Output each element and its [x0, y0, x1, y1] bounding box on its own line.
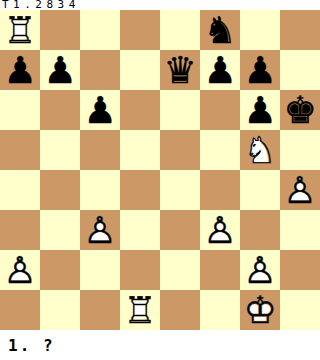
square-g3[interactable]	[240, 210, 280, 250]
white-rook: ♜♖	[120, 290, 160, 330]
square-a6[interactable]	[0, 90, 40, 130]
square-c4[interactable]	[80, 170, 120, 210]
square-f2[interactable]	[200, 250, 240, 290]
square-e5[interactable]	[160, 130, 200, 170]
square-h2[interactable]	[280, 250, 320, 290]
white-rook-glyph: ♖	[120, 290, 160, 330]
square-e8[interactable]	[160, 10, 200, 50]
square-h3[interactable]	[280, 210, 320, 250]
black-pawn-glyph: ♟	[240, 90, 280, 130]
square-f7[interactable]: ♟	[200, 50, 240, 90]
black-king-glyph: ♚	[280, 90, 320, 130]
black-pawn-glyph: ♟	[0, 50, 40, 90]
white-pawn-glyph: ♙	[240, 250, 280, 290]
black-pawn: ♟	[40, 50, 80, 90]
square-e1[interactable]	[160, 290, 200, 330]
square-c2[interactable]	[80, 250, 120, 290]
square-g4[interactable]	[240, 170, 280, 210]
square-d1[interactable]: ♜♖	[120, 290, 160, 330]
white-king: ♚♔	[240, 290, 280, 330]
square-h5[interactable]	[280, 130, 320, 170]
square-g6[interactable]: ♟	[240, 90, 280, 130]
black-pawn: ♟	[240, 50, 280, 90]
square-a5[interactable]	[0, 130, 40, 170]
square-d5[interactable]	[120, 130, 160, 170]
chess-board: ♜♖♞♟♟♛♟♟♟♟♚♞♘♟♙♟♙♟♙♟♙♟♙♜♖♚♔	[0, 10, 320, 330]
white-rook: ♜♖	[0, 10, 40, 50]
black-queen: ♛	[160, 50, 200, 90]
white-pawn: ♟♙	[240, 250, 280, 290]
square-c6[interactable]: ♟	[80, 90, 120, 130]
square-a8[interactable]: ♜♖	[0, 10, 40, 50]
white-pawn: ♟♙	[200, 210, 240, 250]
chess-puzzle-window: T1.2834 ♜♖♞♟♟♛♟♟♟♟♚♞♘♟♙♟♙♟♙♟♙♟♙♜♖♚♔ 1. ?	[0, 0, 320, 360]
black-pawn: ♟	[0, 50, 40, 90]
square-b4[interactable]	[40, 170, 80, 210]
square-g8[interactable]	[240, 10, 280, 50]
square-a2[interactable]: ♟♙	[0, 250, 40, 290]
square-f5[interactable]	[200, 130, 240, 170]
black-queen-glyph: ♛	[160, 50, 200, 90]
square-d6[interactable]	[120, 90, 160, 130]
white-king-glyph: ♔	[240, 290, 280, 330]
square-a7[interactable]: ♟	[0, 50, 40, 90]
square-c8[interactable]	[80, 10, 120, 50]
square-c3[interactable]: ♟♙	[80, 210, 120, 250]
square-c5[interactable]	[80, 130, 120, 170]
square-b3[interactable]	[40, 210, 80, 250]
square-g5[interactable]: ♞♘	[240, 130, 280, 170]
white-pawn: ♟♙	[0, 250, 40, 290]
black-pawn: ♟	[200, 50, 240, 90]
square-b7[interactable]: ♟	[40, 50, 80, 90]
white-pawn-glyph: ♙	[200, 210, 240, 250]
puzzle-title: T1.2834	[0, 0, 320, 10]
square-h6[interactable]: ♚	[280, 90, 320, 130]
square-b1[interactable]	[40, 290, 80, 330]
square-d2[interactable]	[120, 250, 160, 290]
white-pawn-glyph: ♙	[280, 170, 320, 210]
square-h7[interactable]	[280, 50, 320, 90]
square-a1[interactable]	[0, 290, 40, 330]
square-c7[interactable]	[80, 50, 120, 90]
square-d4[interactable]	[120, 170, 160, 210]
square-e6[interactable]	[160, 90, 200, 130]
white-pawn-glyph: ♙	[80, 210, 120, 250]
square-a4[interactable]	[0, 170, 40, 210]
square-g7[interactable]: ♟	[240, 50, 280, 90]
black-king: ♚	[280, 90, 320, 130]
square-f4[interactable]	[200, 170, 240, 210]
black-pawn-glyph: ♟	[200, 50, 240, 90]
square-f3[interactable]: ♟♙	[200, 210, 240, 250]
square-d7[interactable]	[120, 50, 160, 90]
square-e3[interactable]	[160, 210, 200, 250]
black-pawn: ♟	[80, 90, 120, 130]
white-pawn-glyph: ♙	[0, 250, 40, 290]
black-knight: ♞	[200, 10, 240, 50]
square-e2[interactable]	[160, 250, 200, 290]
square-h1[interactable]	[280, 290, 320, 330]
square-e7[interactable]: ♛	[160, 50, 200, 90]
black-pawn-glyph: ♟	[80, 90, 120, 130]
square-e4[interactable]	[160, 170, 200, 210]
black-pawn-glyph: ♟	[240, 50, 280, 90]
square-d8[interactable]	[120, 10, 160, 50]
white-knight: ♞♘	[240, 130, 280, 170]
black-knight-glyph: ♞	[200, 10, 240, 50]
square-h8[interactable]	[280, 10, 320, 50]
square-b5[interactable]	[40, 130, 80, 170]
black-pawn: ♟	[240, 90, 280, 130]
square-b8[interactable]	[40, 10, 80, 50]
square-b2[interactable]	[40, 250, 80, 290]
square-a3[interactable]	[0, 210, 40, 250]
white-rook-glyph: ♖	[0, 10, 40, 50]
square-h4[interactable]: ♟♙	[280, 170, 320, 210]
square-g1[interactable]: ♚♔	[240, 290, 280, 330]
white-pawn: ♟♙	[80, 210, 120, 250]
move-prompt: 1. ?	[0, 330, 320, 360]
square-d3[interactable]	[120, 210, 160, 250]
square-f8[interactable]: ♞	[200, 10, 240, 50]
black-pawn-glyph: ♟	[40, 50, 80, 90]
square-c1[interactable]	[80, 290, 120, 330]
square-f1[interactable]	[200, 290, 240, 330]
square-g2[interactable]: ♟♙	[240, 250, 280, 290]
square-f6[interactable]	[200, 90, 240, 130]
square-b6[interactable]	[40, 90, 80, 130]
white-pawn: ♟♙	[280, 170, 320, 210]
white-knight-glyph: ♘	[240, 130, 280, 170]
